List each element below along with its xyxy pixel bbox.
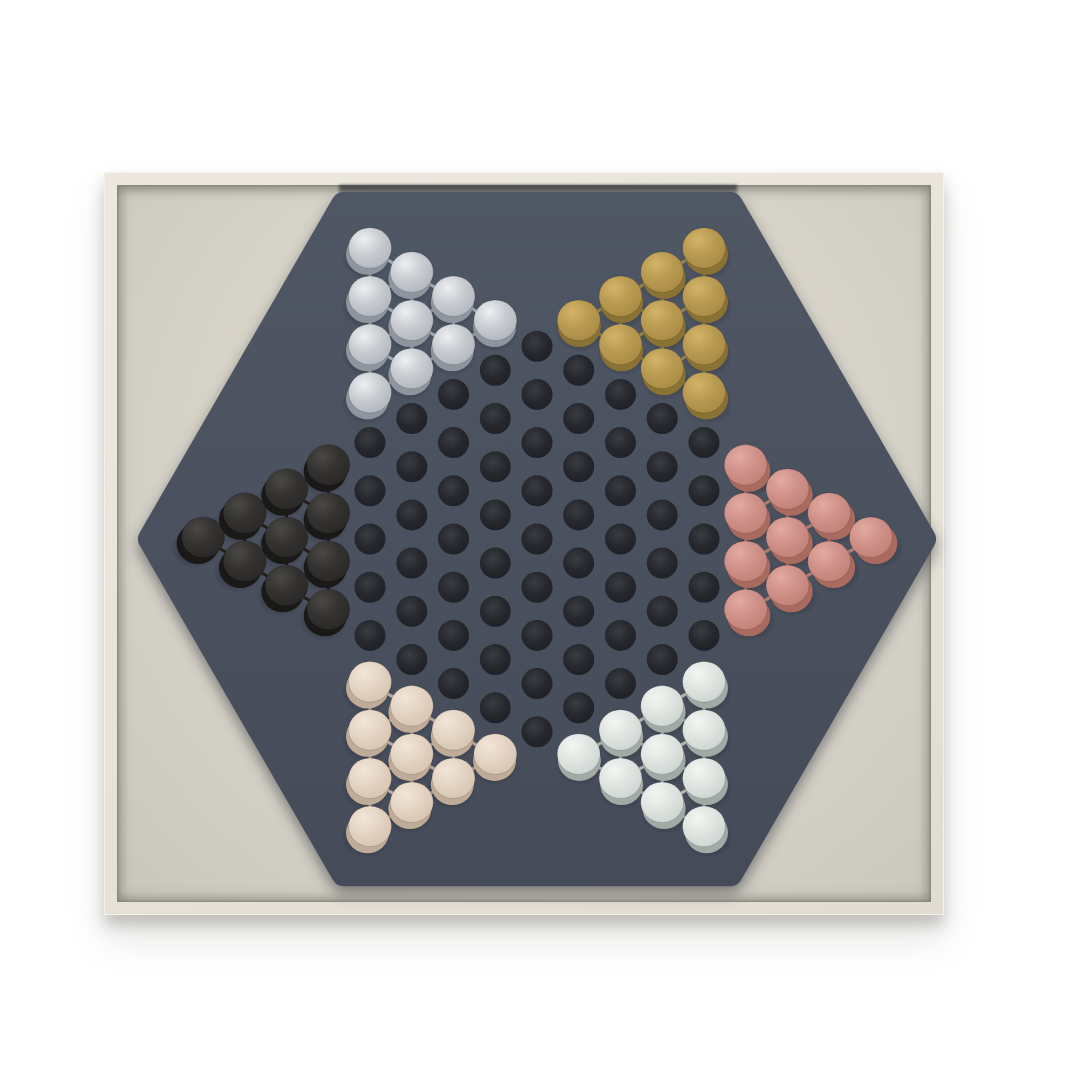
peg-top-face xyxy=(641,252,684,293)
board-hole-empty[interactable] xyxy=(480,548,511,579)
peg-top-face xyxy=(390,734,433,775)
board-hole-empty[interactable] xyxy=(605,668,636,699)
peg-top-face xyxy=(349,276,392,317)
peg-cream[interactable] xyxy=(431,758,475,805)
peg-top-face xyxy=(724,445,767,486)
peg-top-face xyxy=(265,565,308,606)
peg-silver[interactable] xyxy=(431,324,475,371)
board-hole-empty[interactable] xyxy=(355,524,386,555)
peg-top-face xyxy=(474,734,517,775)
peg-top-face xyxy=(683,276,726,317)
peg-top-face xyxy=(390,686,433,727)
board-hole-empty[interactable] xyxy=(438,475,469,506)
board-hole-empty[interactable] xyxy=(396,499,427,530)
peg-gold[interactable] xyxy=(599,276,643,323)
peg-top-face xyxy=(599,276,642,317)
peg-top-face xyxy=(557,734,600,775)
board-hole-empty[interactable] xyxy=(355,620,386,651)
peg-top-face xyxy=(349,806,392,847)
peg-gold[interactable] xyxy=(557,300,601,347)
peg-top-face xyxy=(766,517,809,558)
board-hole-empty[interactable] xyxy=(522,668,553,699)
board-hole-empty[interactable] xyxy=(480,451,511,482)
board-hole-empty[interactable] xyxy=(563,451,594,482)
board-hole-empty[interactable] xyxy=(438,524,469,555)
peg-top-face xyxy=(432,710,475,751)
peg-white[interactable] xyxy=(599,758,643,805)
peg-silver[interactable] xyxy=(473,300,517,347)
chinese-checkers-board xyxy=(0,0,1080,1080)
peg-top-face xyxy=(766,469,809,510)
peg-top-face xyxy=(390,348,433,389)
board-hole-empty[interactable] xyxy=(647,451,678,482)
peg-top-face xyxy=(683,662,726,703)
peg-top-face xyxy=(599,758,642,799)
peg-top-face xyxy=(557,300,600,341)
board-hole-empty[interactable] xyxy=(647,499,678,530)
board-hole-empty[interactable] xyxy=(563,499,594,530)
board-hole-empty[interactable] xyxy=(396,596,427,627)
product-photo-scene xyxy=(0,0,1080,1080)
peg-top-face xyxy=(724,493,767,534)
peg-top-face xyxy=(724,589,767,630)
board-hole-empty[interactable] xyxy=(438,620,469,651)
peg-top-face xyxy=(390,782,433,823)
board-hole-empty[interactable] xyxy=(605,524,636,555)
peg-top-face xyxy=(641,782,684,823)
board-hole-empty[interactable] xyxy=(605,475,636,506)
peg-top-face xyxy=(390,300,433,341)
peg-top-face xyxy=(683,758,726,799)
peg-silver[interactable] xyxy=(431,276,475,323)
peg-white[interactable] xyxy=(557,734,601,781)
board-hole-empty[interactable] xyxy=(438,572,469,603)
peg-top-face xyxy=(599,324,642,365)
board-hole-empty[interactable] xyxy=(563,403,594,434)
board-hole-empty[interactable] xyxy=(522,620,553,651)
peg-top-face xyxy=(474,300,517,341)
peg-cream[interactable] xyxy=(473,734,517,781)
peg-top-face xyxy=(683,806,726,847)
board-hole-empty[interactable] xyxy=(689,572,720,603)
peg-top-face xyxy=(641,348,684,389)
board-hole-empty[interactable] xyxy=(480,355,511,386)
board-hole-empty[interactable] xyxy=(522,524,553,555)
board-hole-empty[interactable] xyxy=(522,379,553,410)
peg-top-face xyxy=(766,565,809,606)
board-hole-empty[interactable] xyxy=(647,644,678,675)
board-hole-empty[interactable] xyxy=(689,475,720,506)
board-hole-empty[interactable] xyxy=(563,692,594,723)
board-hole-empty[interactable] xyxy=(396,403,427,434)
peg-top-face xyxy=(223,541,266,582)
board-hole-empty[interactable] xyxy=(689,427,720,458)
peg-top-face xyxy=(849,517,892,558)
peg-top-face xyxy=(641,300,684,341)
peg-gold[interactable] xyxy=(599,324,643,371)
board-hole-empty[interactable] xyxy=(438,379,469,410)
peg-cream[interactable] xyxy=(431,710,475,757)
peg-white[interactable] xyxy=(599,710,643,757)
peg-top-face xyxy=(307,493,350,534)
peg-top-face xyxy=(808,493,851,534)
board-hole-empty[interactable] xyxy=(563,596,594,627)
board-hole-empty[interactable] xyxy=(647,403,678,434)
board-hole-empty[interactable] xyxy=(647,548,678,579)
peg-top-face xyxy=(265,517,308,558)
board-hole-empty[interactable] xyxy=(396,644,427,675)
peg-top-face xyxy=(182,517,225,558)
board-hole-empty[interactable] xyxy=(563,548,594,579)
board-hole-empty[interactable] xyxy=(480,644,511,675)
peg-top-face xyxy=(390,252,433,293)
peg-top-face xyxy=(724,541,767,582)
peg-top-face xyxy=(808,541,851,582)
peg-top-face xyxy=(641,734,684,775)
peg-top-face xyxy=(307,589,350,630)
board-hole-empty[interactable] xyxy=(480,403,511,434)
board-hole-empty[interactable] xyxy=(396,548,427,579)
peg-top-face xyxy=(432,758,475,799)
board-hole-empty[interactable] xyxy=(647,596,678,627)
board-hole-empty[interactable] xyxy=(522,331,553,362)
board-hole-empty[interactable] xyxy=(605,620,636,651)
peg-top-face xyxy=(599,710,642,751)
peg-top-face xyxy=(683,228,726,269)
board-hole-empty[interactable] xyxy=(355,475,386,506)
board-hole-empty[interactable] xyxy=(480,499,511,530)
peg-top-face xyxy=(349,710,392,751)
board-hole-empty[interactable] xyxy=(605,572,636,603)
peg-top-face xyxy=(349,758,392,799)
peg-top-face xyxy=(307,445,350,486)
peg-top-face xyxy=(349,372,392,413)
board-hole-empty[interactable] xyxy=(522,475,553,506)
board-hole-empty[interactable] xyxy=(605,427,636,458)
board-hole-empty[interactable] xyxy=(689,524,720,555)
peg-top-face xyxy=(683,710,726,751)
board-hole-empty[interactable] xyxy=(522,716,553,747)
board-hole-empty[interactable] xyxy=(689,620,720,651)
peg-top-face xyxy=(265,469,308,510)
board-hole-empty[interactable] xyxy=(355,572,386,603)
peg-top-face xyxy=(683,372,726,413)
peg-top-face xyxy=(432,276,475,317)
peg-top-face xyxy=(349,662,392,703)
board-hole-empty[interactable] xyxy=(438,427,469,458)
board-hole-empty[interactable] xyxy=(563,644,594,675)
board-hole-empty[interactable] xyxy=(563,355,594,386)
peg-top-face xyxy=(349,228,392,269)
peg-top-face xyxy=(307,541,350,582)
peg-top-face xyxy=(683,324,726,365)
board-hole-empty[interactable] xyxy=(438,668,469,699)
board-hole-empty[interactable] xyxy=(396,451,427,482)
peg-top-face xyxy=(641,686,684,727)
board-hole-empty[interactable] xyxy=(522,427,553,458)
board-hole-empty[interactable] xyxy=(522,572,553,603)
board-hole-empty[interactable] xyxy=(355,427,386,458)
peg-top-face xyxy=(432,324,475,365)
board-hole-empty[interactable] xyxy=(480,692,511,723)
peg-top-face xyxy=(349,324,392,365)
board-hole-empty[interactable] xyxy=(480,596,511,627)
peg-top-face xyxy=(223,493,266,534)
board-hole-empty[interactable] xyxy=(605,379,636,410)
